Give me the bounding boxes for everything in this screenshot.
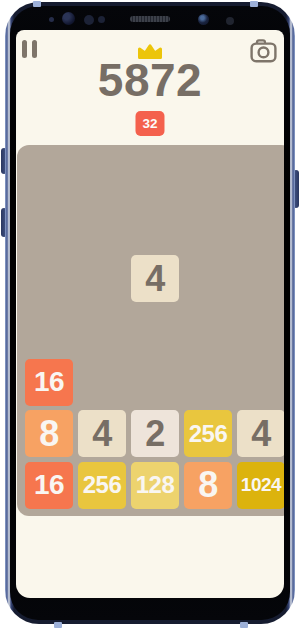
tile-4: 4 bbox=[78, 410, 126, 457]
earpiece-speaker bbox=[130, 16, 170, 22]
phone-bezel: 5872 32 41684225641625612881024 bbox=[10, 6, 290, 620]
board-grid[interactable]: 41684225641625612881024 bbox=[17, 145, 284, 516]
empty-cell bbox=[131, 359, 179, 406]
empty-cell bbox=[131, 204, 179, 251]
tile-256: 256 bbox=[184, 410, 232, 457]
antenna-line bbox=[54, 622, 62, 628]
empty-cell bbox=[131, 307, 179, 354]
empty-cell bbox=[184, 152, 232, 199]
empty-cell bbox=[237, 255, 284, 302]
empty-cell bbox=[237, 152, 284, 199]
empty-cell bbox=[184, 359, 232, 406]
tile-2: 2 bbox=[131, 410, 179, 457]
tile-16: 16 bbox=[25, 462, 73, 509]
led-indicator-icon bbox=[226, 17, 234, 25]
empty-cell bbox=[78, 204, 126, 251]
tile-8: 8 bbox=[184, 462, 232, 509]
empty-cell bbox=[25, 307, 73, 354]
tile-128: 128 bbox=[131, 462, 179, 509]
empty-cell bbox=[25, 255, 73, 302]
empty-cell bbox=[184, 307, 232, 354]
empty-cell bbox=[184, 204, 232, 251]
empty-cell bbox=[131, 152, 179, 199]
empty-cell bbox=[78, 152, 126, 199]
tile-4: 4 bbox=[237, 410, 284, 457]
tile-256: 256 bbox=[78, 462, 126, 509]
tile-1024: 1024 bbox=[237, 462, 284, 509]
proximity-sensor-icon bbox=[49, 17, 54, 22]
sensor-dot-icon bbox=[98, 16, 105, 23]
phone-frame: 5872 32 41684225641625612881024 bbox=[5, 2, 295, 624]
tile-16: 16 bbox=[25, 359, 73, 406]
tile-8: 8 bbox=[25, 410, 73, 457]
iris-camera-icon bbox=[62, 12, 75, 25]
antenna-line bbox=[250, 1, 258, 7]
empty-cell bbox=[237, 307, 284, 354]
sensor-dot-icon bbox=[84, 15, 94, 25]
empty-cell bbox=[78, 307, 126, 354]
empty-cell bbox=[237, 204, 284, 251]
empty-cell bbox=[78, 359, 126, 406]
front-camera-icon bbox=[198, 14, 209, 25]
empty-cell bbox=[184, 255, 232, 302]
antenna-line bbox=[33, 1, 41, 7]
tile-4: 4 bbox=[131, 255, 179, 302]
empty-cell bbox=[78, 255, 126, 302]
empty-cell bbox=[25, 152, 73, 199]
empty-cell bbox=[237, 359, 284, 406]
game-screen: 5872 32 41684225641625612881024 bbox=[16, 30, 284, 598]
score-value: 5872 bbox=[16, 56, 284, 104]
antenna-line bbox=[240, 622, 248, 628]
screenshot: 5872 32 41684225641625612881024 bbox=[0, 0, 300, 629]
new-tile-badge: 32 bbox=[135, 111, 164, 136]
empty-cell bbox=[25, 204, 73, 251]
